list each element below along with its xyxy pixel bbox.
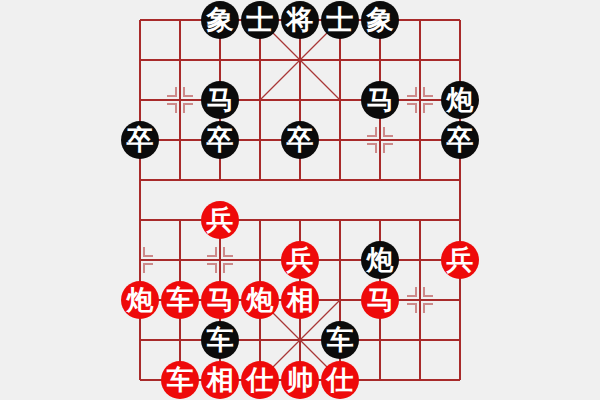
piece-red-elephant[interactable]: 相 [281,281,319,319]
piece-black-soldier[interactable]: 卒 [441,121,479,159]
piece-black-chariot[interactable]: 车 [321,321,359,359]
piece-black-soldier[interactable]: 卒 [121,121,159,159]
piece-black-elephant[interactable]: 象 [201,1,239,39]
pieces-layer: 象士将士象马马炮卒卒卒卒炮车车兵兵兵炮车马炮相马车相仕帅仕 [0,0,600,400]
piece-red-soldier[interactable]: 兵 [201,201,239,239]
piece-red-horse[interactable]: 马 [201,281,239,319]
piece-black-soldier[interactable]: 卒 [201,121,239,159]
xiangqi-board: 象士将士象马马炮卒卒卒卒炮车车兵兵兵炮车马炮相马车相仕帅仕 [0,0,600,400]
piece-black-horse[interactable]: 马 [201,81,239,119]
piece-red-general[interactable]: 帅 [281,361,319,399]
piece-red-soldier[interactable]: 兵 [281,241,319,279]
piece-black-chariot[interactable]: 车 [201,321,239,359]
piece-black-advisor[interactable]: 士 [241,1,279,39]
piece-black-cannon[interactable]: 炮 [441,81,479,119]
piece-red-advisor[interactable]: 仕 [241,361,279,399]
piece-black-horse[interactable]: 马 [361,81,399,119]
piece-black-advisor[interactable]: 士 [321,1,359,39]
piece-red-chariot[interactable]: 车 [161,361,199,399]
piece-red-horse[interactable]: 马 [361,281,399,319]
piece-red-chariot[interactable]: 车 [161,281,199,319]
piece-red-cannon[interactable]: 炮 [241,281,279,319]
app-background: 象士将士象马马炮卒卒卒卒炮车车兵兵兵炮车马炮相马车相仕帅仕 [0,0,600,400]
piece-red-soldier[interactable]: 兵 [441,241,479,279]
piece-black-cannon[interactable]: 炮 [361,241,399,279]
piece-black-elephant[interactable]: 象 [361,1,399,39]
piece-black-general[interactable]: 将 [281,1,319,39]
piece-black-soldier[interactable]: 卒 [281,121,319,159]
piece-red-elephant[interactable]: 相 [201,361,239,399]
piece-red-advisor[interactable]: 仕 [321,361,359,399]
piece-red-cannon[interactable]: 炮 [121,281,159,319]
